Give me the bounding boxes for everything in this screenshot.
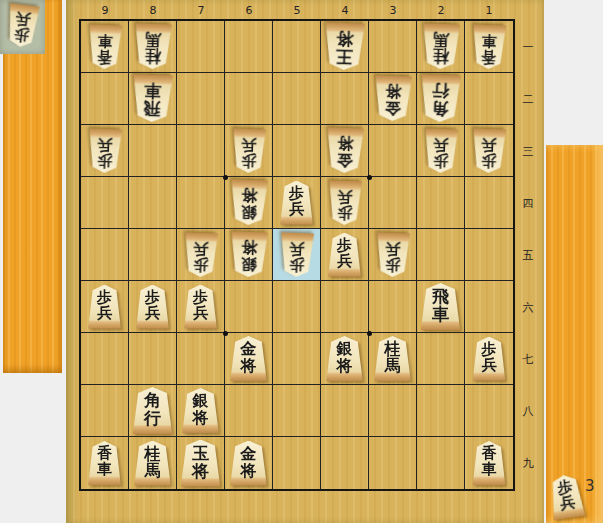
board-square[interactable] bbox=[81, 177, 129, 229]
piece-face: 香車 bbox=[472, 441, 506, 485]
piece-kanji: 兵 bbox=[385, 240, 401, 257]
shogi-piece-silver-gote[interactable]: 銀将 bbox=[229, 179, 269, 225]
piece-kanji: 歩 bbox=[240, 152, 256, 169]
sente-komadai-strip bbox=[546, 145, 603, 523]
piece-kanji: 角 bbox=[431, 99, 449, 118]
board-square[interactable] bbox=[369, 177, 417, 229]
piece-face: 歩兵 bbox=[327, 180, 363, 225]
piece-kanji: 角 bbox=[144, 391, 161, 409]
piece-face: 歩兵 bbox=[471, 128, 507, 173]
board-square[interactable]: 香車 bbox=[81, 437, 129, 489]
shogi-piece-knight-gote[interactable]: 桂馬 bbox=[421, 23, 461, 69]
piece-kanji: 兵 bbox=[241, 136, 257, 153]
piece-kanji: 歩 bbox=[96, 152, 112, 169]
star-point bbox=[367, 175, 372, 180]
shogi-app: 歩兵 987654321 一二三四五六七八九 香車桂馬王将桂馬香車飛車金将角行歩… bbox=[0, 0, 603, 523]
board-square[interactable]: 飛車 bbox=[417, 281, 465, 333]
file-label: 6 bbox=[225, 3, 273, 18]
shogi-piece-silver-sente[interactable]: 銀将 bbox=[182, 388, 220, 433]
piece-kanji: 歩 bbox=[481, 152, 497, 169]
shogi-piece-knight-sente[interactable]: 桂馬 bbox=[374, 336, 412, 381]
board-square[interactable] bbox=[129, 125, 177, 177]
board-square[interactable]: 玉将 bbox=[177, 437, 225, 489]
shogi-piece-king-sente[interactable]: 玉将 bbox=[180, 440, 221, 487]
board-square[interactable] bbox=[225, 281, 273, 333]
shogi-piece-pawn-gote[interactable]: 歩兵 bbox=[231, 128, 267, 173]
board-square[interactable] bbox=[177, 177, 225, 229]
piece-kanji: 歩 bbox=[432, 152, 448, 169]
piece-kanji: 歩 bbox=[336, 204, 352, 221]
piece-kanji: 兵 bbox=[193, 240, 209, 257]
piece-kanji: 金 bbox=[241, 445, 257, 462]
board-square[interactable]: 銀将 bbox=[225, 177, 273, 229]
piece-kanji: 桂 bbox=[145, 445, 161, 462]
shogi-piece-pawn-sente[interactable]: 歩兵 bbox=[547, 473, 586, 520]
board-square[interactable]: 歩兵 bbox=[177, 281, 225, 333]
board-square[interactable] bbox=[321, 281, 369, 333]
board-square[interactable]: 歩兵 bbox=[417, 125, 465, 177]
file-label: 9 bbox=[81, 3, 129, 18]
board-square[interactable]: 香車 bbox=[81, 21, 129, 73]
piece-kanji: 馬 bbox=[385, 357, 401, 374]
file-label: 4 bbox=[321, 3, 369, 18]
shogi-piece-lance-gote[interactable]: 香車 bbox=[471, 24, 507, 69]
piece-kanji: 飛 bbox=[143, 99, 161, 118]
piece-kanji: 車 bbox=[432, 305, 449, 323]
board-square[interactable] bbox=[369, 21, 417, 73]
piece-kanji: 兵 bbox=[97, 305, 112, 321]
piece-kanji: 銀 bbox=[240, 203, 257, 221]
piece-kanji: 将 bbox=[241, 462, 257, 479]
board-square[interactable]: 歩兵 bbox=[129, 281, 177, 333]
board-square[interactable]: 歩兵 bbox=[81, 125, 129, 177]
board-square[interactable] bbox=[369, 281, 417, 333]
board-square[interactable] bbox=[417, 385, 465, 437]
piece-kanji: 将 bbox=[192, 462, 209, 480]
piece-face: 桂馬 bbox=[374, 336, 412, 381]
piece-face: 銀将 bbox=[182, 388, 220, 433]
piece-kanji: 車 bbox=[482, 461, 497, 477]
shogi-piece-pawn-sente[interactable]: 歩兵 bbox=[184, 285, 218, 329]
board-square[interactable] bbox=[273, 437, 321, 489]
piece-kanji: 香 bbox=[481, 48, 497, 65]
rank-label: 九 bbox=[515, 437, 541, 489]
shogi-piece-gold-sente[interactable]: 金将 bbox=[230, 336, 268, 381]
board-square[interactable] bbox=[465, 385, 513, 437]
piece-face: 桂馬 bbox=[133, 23, 173, 69]
shogi-piece-king-gote[interactable]: 王将 bbox=[323, 22, 366, 70]
piece-kanji: 兵 bbox=[482, 357, 497, 373]
board-square[interactable]: 王将 bbox=[321, 21, 369, 73]
piece-kanji: 車 bbox=[144, 81, 162, 100]
board-square[interactable] bbox=[129, 333, 177, 385]
piece-kanji: 玉 bbox=[192, 444, 209, 462]
shogi-piece-pawn-sente[interactable]: 歩兵 bbox=[280, 181, 314, 225]
shogi-piece-lance-gote[interactable]: 香車 bbox=[87, 24, 123, 69]
shogi-piece-pawn-gote[interactable]: 歩兵 bbox=[87, 128, 123, 173]
piece-kanji: 兵 bbox=[433, 136, 449, 153]
rank-label: 二 bbox=[515, 73, 541, 125]
piece-face: 歩兵 bbox=[547, 473, 586, 520]
piece-kanji: 桂 bbox=[432, 47, 449, 65]
star-point bbox=[223, 331, 228, 336]
shogi-piece-silver-sente[interactable]: 銀将 bbox=[326, 336, 364, 381]
piece-face: 角行 bbox=[132, 387, 173, 434]
board-square[interactable]: 歩兵 bbox=[225, 125, 273, 177]
piece-face: 香車 bbox=[87, 24, 123, 69]
board-square[interactable]: 銀将 bbox=[225, 229, 273, 281]
shogi-piece-rook-sente[interactable]: 飛車 bbox=[420, 283, 461, 330]
board-square[interactable] bbox=[273, 281, 321, 333]
file-label: 2 bbox=[417, 3, 465, 18]
board-square[interactable] bbox=[465, 177, 513, 229]
piece-kanji: 香 bbox=[96, 48, 112, 65]
board-square[interactable] bbox=[177, 21, 225, 73]
piece-kanji: 将 bbox=[240, 186, 257, 204]
board-square[interactable] bbox=[273, 21, 321, 73]
piece-face: 香車 bbox=[88, 441, 122, 485]
piece-kanji: 歩 bbox=[289, 185, 304, 201]
board-square[interactable] bbox=[465, 281, 513, 333]
board-square[interactable] bbox=[129, 229, 177, 281]
piece-kanji: 兵 bbox=[15, 10, 32, 28]
shogi-piece-gold-sente[interactable]: 金将 bbox=[230, 441, 268, 486]
board-square[interactable] bbox=[129, 177, 177, 229]
piece-kanji: 馬 bbox=[432, 30, 449, 48]
piece-kanji: 金 bbox=[241, 340, 257, 357]
shogi-piece-knight-sente[interactable]: 桂馬 bbox=[134, 441, 172, 486]
board-square[interactable] bbox=[81, 385, 129, 437]
piece-face: 桂馬 bbox=[421, 23, 461, 69]
piece-kanji: 将 bbox=[336, 29, 354, 48]
board-square[interactable] bbox=[225, 385, 273, 437]
piece-face: 歩兵 bbox=[423, 128, 459, 173]
piece-kanji: 王 bbox=[335, 47, 353, 66]
piece-face: 歩兵 bbox=[472, 337, 506, 381]
piece-kanji: 金 bbox=[336, 151, 353, 169]
board-square[interactable] bbox=[369, 125, 417, 177]
piece-face: 銀将 bbox=[326, 336, 364, 381]
piece-kanji: 金 bbox=[384, 99, 401, 117]
shogi-piece-lance-sente[interactable]: 香車 bbox=[88, 441, 122, 485]
piece-face: 金将 bbox=[230, 441, 268, 486]
board-square[interactable]: 歩兵 bbox=[465, 125, 513, 177]
piece-face: 歩兵 bbox=[88, 285, 122, 329]
piece-kanji: 兵 bbox=[337, 188, 353, 205]
board-square[interactable]: 桂馬 bbox=[129, 437, 177, 489]
board-square[interactable] bbox=[273, 73, 321, 125]
piece-kanji: 桂 bbox=[144, 47, 161, 65]
piece-kanji: 将 bbox=[240, 238, 257, 256]
board-square[interactable] bbox=[417, 437, 465, 489]
gote-captured-tray[interactable]: 歩兵 bbox=[0, 0, 45, 54]
piece-kanji: 香 bbox=[482, 445, 497, 461]
board-square[interactable]: 歩兵 bbox=[81, 281, 129, 333]
board-square[interactable]: 金将 bbox=[321, 125, 369, 177]
star-point bbox=[223, 175, 228, 180]
piece-face: 歩兵 bbox=[183, 232, 219, 277]
piece-face: 歩兵 bbox=[87, 128, 123, 173]
board-square[interactable] bbox=[225, 73, 273, 125]
rank-label: 八 bbox=[515, 385, 541, 437]
file-label: 5 bbox=[273, 3, 321, 18]
shogi-piece-pawn-sente[interactable]: 歩兵 bbox=[328, 233, 362, 277]
shogi-piece-bishop-sente[interactable]: 角行 bbox=[132, 387, 173, 434]
board-square[interactable]: 香車 bbox=[465, 21, 513, 73]
piece-kanji: 将 bbox=[193, 409, 209, 426]
file-label: 8 bbox=[129, 3, 177, 18]
shogi-piece-rook-gote[interactable]: 飛車 bbox=[131, 74, 174, 122]
board-square[interactable]: 飛車 bbox=[129, 73, 177, 125]
piece-kanji: 兵 bbox=[337, 253, 352, 269]
shogi-piece-pawn-gote[interactable]: 歩兵 bbox=[279, 232, 315, 277]
board-square[interactable] bbox=[177, 73, 225, 125]
piece-face: 金将 bbox=[373, 75, 413, 121]
piece-kanji: 兵 bbox=[559, 494, 576, 512]
file-label: 7 bbox=[177, 3, 225, 18]
piece-kanji: 行 bbox=[432, 81, 450, 100]
shogi-piece-pawn-gote[interactable]: 歩兵 bbox=[5, 3, 41, 48]
shogi-piece-lance-sente[interactable]: 香車 bbox=[472, 441, 506, 485]
piece-face: 歩兵 bbox=[280, 181, 314, 225]
piece-kanji: 兵 bbox=[193, 305, 208, 321]
piece-kanji: 歩 bbox=[288, 256, 304, 273]
shogi-piece-pawn-gote[interactable]: 歩兵 bbox=[183, 232, 219, 277]
piece-kanji: 馬 bbox=[145, 462, 161, 479]
file-label: 3 bbox=[369, 3, 417, 18]
piece-face: 歩兵 bbox=[136, 285, 170, 329]
piece-face: 玉将 bbox=[180, 440, 221, 487]
board-square[interactable] bbox=[369, 385, 417, 437]
piece-kanji: 兵 bbox=[481, 136, 497, 153]
shogi-piece-pawn-sente[interactable]: 歩兵 bbox=[88, 285, 122, 329]
rank-label: 三 bbox=[515, 125, 541, 177]
board-square[interactable] bbox=[321, 73, 369, 125]
shogi-piece-gold-gote[interactable]: 金将 bbox=[373, 75, 413, 121]
piece-face: 歩兵 bbox=[375, 232, 411, 277]
piece-kanji: 桂 bbox=[385, 340, 401, 357]
board-square[interactable]: 桂馬 bbox=[369, 333, 417, 385]
rank-label: 四 bbox=[515, 177, 541, 229]
piece-kanji: 歩 bbox=[97, 289, 112, 305]
piece-face: 銀将 bbox=[229, 179, 269, 225]
board-square[interactable] bbox=[273, 333, 321, 385]
piece-face: 香車 bbox=[471, 24, 507, 69]
piece-kanji: 将 bbox=[384, 82, 401, 100]
board-square[interactable]: 金将 bbox=[225, 333, 273, 385]
board-square[interactable]: 歩兵 bbox=[273, 177, 321, 229]
piece-kanji: 銀 bbox=[240, 255, 257, 273]
shogi-board: 987654321 一二三四五六七八九 香車桂馬王将桂馬香車飛車金将角行歩兵歩兵… bbox=[66, 0, 544, 523]
shogi-piece-pawn-gote[interactable]: 歩兵 bbox=[327, 180, 363, 225]
board-square[interactable] bbox=[225, 21, 273, 73]
piece-face: 桂馬 bbox=[134, 441, 172, 486]
board-square[interactable] bbox=[273, 125, 321, 177]
board-square[interactable] bbox=[369, 437, 417, 489]
piece-face: 歩兵 bbox=[5, 3, 41, 48]
shogi-piece-gold-gote[interactable]: 金将 bbox=[325, 127, 365, 173]
shogi-piece-pawn-sente[interactable]: 歩兵 bbox=[472, 337, 506, 381]
piece-face: 金将 bbox=[325, 127, 365, 173]
board-square[interactable]: 歩兵 bbox=[273, 229, 321, 281]
piece-kanji: 歩 bbox=[482, 341, 497, 357]
piece-face: 銀将 bbox=[229, 231, 269, 277]
piece-face: 歩兵 bbox=[328, 233, 362, 277]
shogi-piece-pawn-gote[interactable]: 歩兵 bbox=[471, 128, 507, 173]
board-square[interactable] bbox=[177, 125, 225, 177]
piece-kanji: 車 bbox=[97, 32, 113, 49]
file-label: 1 bbox=[465, 3, 513, 18]
gote-komadai-strip bbox=[3, 0, 62, 373]
piece-kanji: 将 bbox=[336, 134, 353, 152]
piece-kanji: 香 bbox=[97, 445, 112, 461]
board-square[interactable] bbox=[417, 333, 465, 385]
piece-face: 歩兵 bbox=[184, 285, 218, 329]
piece-kanji: 銀 bbox=[193, 392, 209, 409]
rank-label: 七 bbox=[515, 333, 541, 385]
piece-kanji: 兵 bbox=[145, 305, 160, 321]
board-square[interactable] bbox=[81, 333, 129, 385]
shogi-piece-knight-gote[interactable]: 桂馬 bbox=[133, 23, 173, 69]
board-square[interactable] bbox=[81, 229, 129, 281]
board-square[interactable]: 金将 bbox=[369, 73, 417, 125]
piece-face: 王将 bbox=[323, 22, 366, 70]
shogi-piece-pawn-gote[interactable]: 歩兵 bbox=[423, 128, 459, 173]
piece-kanji: 車 bbox=[97, 461, 112, 477]
board-square[interactable]: 銀将 bbox=[321, 333, 369, 385]
board-grid: 香車桂馬王将桂馬香車飛車金将角行歩兵歩兵金将歩兵歩兵銀将歩兵歩兵歩兵銀将歩兵歩兵… bbox=[79, 19, 515, 491]
piece-kanji: 将 bbox=[241, 357, 257, 374]
rank-label: 六 bbox=[515, 281, 541, 333]
board-square[interactable]: 銀将 bbox=[177, 385, 225, 437]
board-square[interactable]: 歩兵 bbox=[369, 229, 417, 281]
board-square[interactable]: 桂馬 bbox=[129, 21, 177, 73]
board-square[interactable] bbox=[417, 229, 465, 281]
board-square[interactable]: 桂馬 bbox=[417, 21, 465, 73]
piece-kanji: 行 bbox=[144, 409, 161, 427]
piece-face: 金将 bbox=[230, 336, 268, 381]
piece-face: 歩兵 bbox=[231, 128, 267, 173]
board-square[interactable]: 歩兵 bbox=[177, 229, 225, 281]
board-square[interactable]: 歩兵 bbox=[321, 229, 369, 281]
piece-face: 飛車 bbox=[131, 74, 174, 122]
board-square[interactable]: 歩兵 bbox=[321, 177, 369, 229]
shogi-piece-bishop-gote[interactable]: 角行 bbox=[419, 74, 462, 122]
shogi-piece-pawn-sente[interactable]: 歩兵 bbox=[136, 285, 170, 329]
board-square[interactable]: 角行 bbox=[129, 385, 177, 437]
board-square[interactable]: 香車 bbox=[465, 437, 513, 489]
board-square[interactable] bbox=[417, 177, 465, 229]
sente-captured-pawn-count: 3 bbox=[585, 477, 595, 495]
piece-kanji: 馬 bbox=[144, 30, 161, 48]
board-square[interactable]: 角行 bbox=[417, 73, 465, 125]
piece-kanji: 将 bbox=[337, 357, 353, 374]
board-square[interactable] bbox=[81, 73, 129, 125]
board-square[interactable] bbox=[465, 73, 513, 125]
board-square[interactable] bbox=[273, 385, 321, 437]
star-point bbox=[367, 331, 372, 336]
piece-kanji: 飛 bbox=[432, 287, 449, 305]
board-square[interactable]: 歩兵 bbox=[465, 333, 513, 385]
piece-kanji: 歩 bbox=[13, 26, 30, 44]
piece-kanji: 歩 bbox=[337, 237, 352, 253]
board-square[interactable] bbox=[177, 333, 225, 385]
piece-face: 飛車 bbox=[420, 283, 461, 330]
piece-kanji: 歩 bbox=[145, 289, 160, 305]
shogi-piece-pawn-gote[interactable]: 歩兵 bbox=[375, 232, 411, 277]
piece-face: 歩兵 bbox=[279, 232, 315, 277]
piece-kanji: 歩 bbox=[193, 289, 208, 305]
piece-kanji: 車 bbox=[481, 32, 497, 49]
rank-label: 五 bbox=[515, 229, 541, 281]
piece-kanji: 兵 bbox=[289, 201, 304, 217]
board-square[interactable]: 金将 bbox=[225, 437, 273, 489]
piece-kanji: 歩 bbox=[192, 256, 208, 273]
board-square[interactable] bbox=[321, 385, 369, 437]
piece-face: 角行 bbox=[419, 74, 462, 122]
piece-kanji: 歩 bbox=[384, 256, 400, 273]
board-square[interactable] bbox=[321, 437, 369, 489]
piece-kanji: 兵 bbox=[97, 136, 113, 153]
rank-label: 一 bbox=[515, 21, 541, 73]
board-square[interactable] bbox=[465, 229, 513, 281]
shogi-piece-silver-gote[interactable]: 銀将 bbox=[229, 231, 269, 277]
piece-kanji: 兵 bbox=[289, 240, 305, 257]
piece-kanji: 銀 bbox=[337, 340, 353, 357]
